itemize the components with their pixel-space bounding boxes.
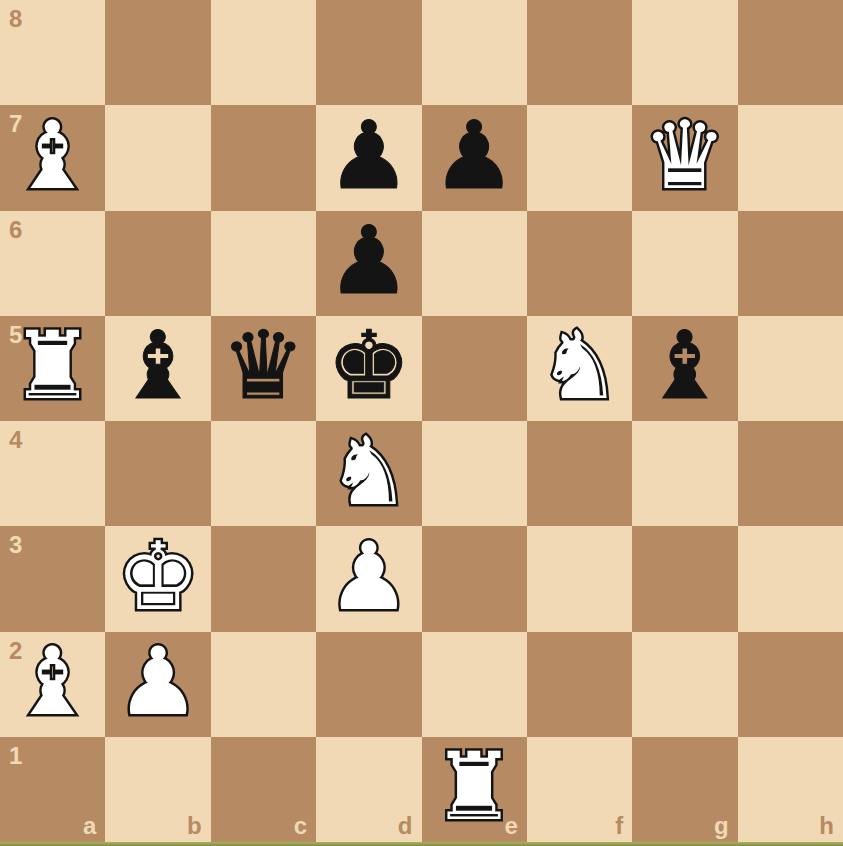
black-king[interactable]: ♚	[327, 319, 411, 413]
rank-label-8: 8	[9, 7, 22, 31]
square-c2[interactable]	[211, 632, 316, 737]
square-a7[interactable]: 7♝	[0, 105, 105, 210]
white-knight[interactable]: ♞	[327, 425, 411, 519]
square-f7[interactable]	[527, 105, 632, 210]
white-rook[interactable]: ♜	[11, 319, 95, 413]
black-pawn[interactable]: ♟	[327, 214, 411, 308]
square-f8[interactable]	[527, 0, 632, 105]
square-d5[interactable]: ♚	[316, 316, 421, 421]
rank-label-6: 6	[9, 218, 22, 242]
black-bishop[interactable]: ♝	[643, 319, 727, 413]
square-g1[interactable]: g	[632, 737, 737, 842]
square-c5[interactable]: ♛	[211, 316, 316, 421]
black-pawn[interactable]: ♟	[327, 109, 411, 203]
square-f4[interactable]	[527, 421, 632, 526]
square-d2[interactable]	[316, 632, 421, 737]
square-a5[interactable]: 5♜	[0, 316, 105, 421]
square-e3[interactable]	[422, 526, 527, 631]
chess-board: 87♝♟♟♛6♟5♜♝♛♚♞♝4♞3♚♟2♝♟1abcde♜fgh	[0, 0, 843, 842]
square-b5[interactable]: ♝	[105, 316, 210, 421]
square-f1[interactable]: f	[527, 737, 632, 842]
square-d3[interactable]: ♟	[316, 526, 421, 631]
square-e1[interactable]: e♜	[422, 737, 527, 842]
file-label-c: c	[294, 814, 307, 838]
rank-label-4: 4	[9, 428, 22, 452]
board-edge-strip	[0, 842, 843, 846]
square-c7[interactable]	[211, 105, 316, 210]
white-pawn[interactable]: ♟	[116, 635, 200, 729]
square-f3[interactable]	[527, 526, 632, 631]
white-queen[interactable]: ♛	[643, 109, 727, 203]
square-h1[interactable]: h	[738, 737, 843, 842]
file-label-h: h	[819, 814, 834, 838]
square-a6[interactable]: 6	[0, 211, 105, 316]
square-a8[interactable]: 8	[0, 0, 105, 105]
square-a4[interactable]: 4	[0, 421, 105, 526]
square-b7[interactable]	[105, 105, 210, 210]
square-b6[interactable]	[105, 211, 210, 316]
square-g6[interactable]	[632, 211, 737, 316]
square-g4[interactable]	[632, 421, 737, 526]
square-e6[interactable]	[422, 211, 527, 316]
square-e4[interactable]	[422, 421, 527, 526]
square-b1[interactable]: b	[105, 737, 210, 842]
board-frame: 87♝♟♟♛6♟5♜♝♛♚♞♝4♞3♚♟2♝♟1abcde♜fgh	[0, 0, 843, 846]
square-a1[interactable]: 1a	[0, 737, 105, 842]
square-e8[interactable]	[422, 0, 527, 105]
square-b4[interactable]	[105, 421, 210, 526]
square-c4[interactable]	[211, 421, 316, 526]
file-label-a: a	[83, 814, 96, 838]
square-g5[interactable]: ♝	[632, 316, 737, 421]
square-h7[interactable]	[738, 105, 843, 210]
rank-label-3: 3	[9, 533, 22, 557]
white-rook[interactable]: ♜	[432, 740, 516, 834]
square-h5[interactable]	[738, 316, 843, 421]
square-f2[interactable]	[527, 632, 632, 737]
square-d8[interactable]	[316, 0, 421, 105]
square-d1[interactable]: d	[316, 737, 421, 842]
white-bishop[interactable]: ♝	[11, 635, 95, 729]
black-bishop[interactable]: ♝	[116, 319, 200, 413]
square-h4[interactable]	[738, 421, 843, 526]
square-g7[interactable]: ♛	[632, 105, 737, 210]
square-e5[interactable]	[422, 316, 527, 421]
square-c3[interactable]	[211, 526, 316, 631]
square-b3[interactable]: ♚	[105, 526, 210, 631]
black-queen[interactable]: ♛	[221, 319, 305, 413]
square-d6[interactable]: ♟	[316, 211, 421, 316]
square-c8[interactable]	[211, 0, 316, 105]
square-b2[interactable]: ♟	[105, 632, 210, 737]
square-c1[interactable]: c	[211, 737, 316, 842]
square-g3[interactable]	[632, 526, 737, 631]
square-h8[interactable]	[738, 0, 843, 105]
white-pawn[interactable]: ♟	[327, 530, 411, 624]
file-label-b: b	[187, 814, 202, 838]
square-d7[interactable]: ♟	[316, 105, 421, 210]
square-b8[interactable]	[105, 0, 210, 105]
white-bishop[interactable]: ♝	[11, 109, 95, 203]
square-h3[interactable]	[738, 526, 843, 631]
square-c6[interactable]	[211, 211, 316, 316]
black-pawn[interactable]: ♟	[432, 109, 516, 203]
square-a2[interactable]: 2♝	[0, 632, 105, 737]
square-d4[interactable]: ♞	[316, 421, 421, 526]
square-f5[interactable]: ♞	[527, 316, 632, 421]
rank-label-1: 1	[9, 744, 22, 768]
square-g2[interactable]	[632, 632, 737, 737]
white-king[interactable]: ♚	[116, 530, 200, 624]
square-a3[interactable]: 3	[0, 526, 105, 631]
square-g8[interactable]	[632, 0, 737, 105]
square-e2[interactable]	[422, 632, 527, 737]
square-e7[interactable]: ♟	[422, 105, 527, 210]
square-h2[interactable]	[738, 632, 843, 737]
square-h6[interactable]	[738, 211, 843, 316]
file-label-g: g	[714, 814, 729, 838]
square-f6[interactable]	[527, 211, 632, 316]
file-label-f: f	[615, 814, 623, 838]
file-label-d: d	[398, 814, 413, 838]
white-knight[interactable]: ♞	[537, 319, 621, 413]
